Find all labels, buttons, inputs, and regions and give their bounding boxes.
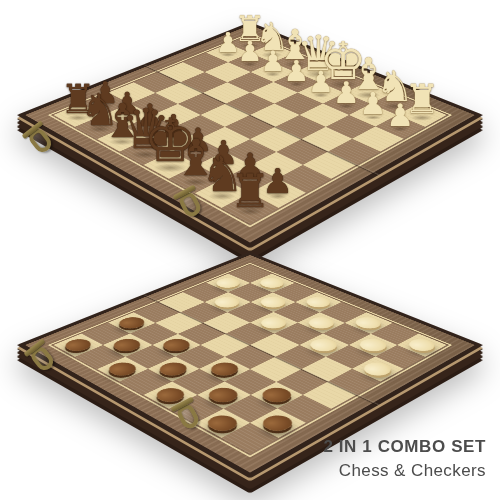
checkers-grid [53,265,446,454]
checkers-board-inlay-line [48,263,452,458]
product-photo-stage: ♜♟♟♜♞♟♟♞♝♟♟♝♛♟♟♛♚♟♟♚♝♟♟♝♞♟♟♞♜♟♟♜ 2 IN 1 … [0,0,500,500]
caption-subtitle: Chess & Checkers [323,461,486,481]
product-caption: 2 IN 1 COMBO SET Chess & Checkers [323,437,486,481]
caption-title: 2 IN 1 COMBO SET [323,437,486,457]
